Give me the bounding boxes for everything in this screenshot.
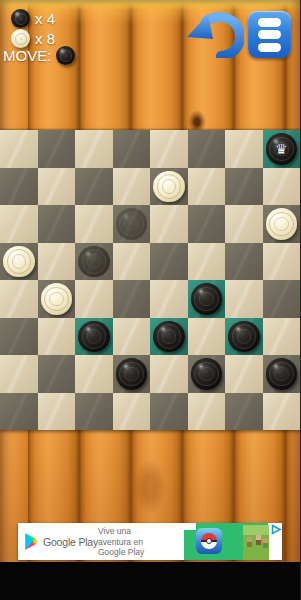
black-piece[interactable]	[153, 321, 185, 353]
board-cell-r8c5[interactable]	[150, 393, 188, 431]
black-piece[interactable]	[191, 283, 223, 315]
board-cell-r6c3[interactable]	[75, 318, 113, 356]
white-piece[interactable]	[3, 246, 35, 278]
undo-button[interactable]	[184, 11, 244, 58]
board-cell-r6c8[interactable]	[263, 318, 301, 356]
board-cell-r1c3[interactable]	[75, 130, 113, 168]
board-cell-r4c7[interactable]	[225, 243, 263, 281]
board-cell-r3c2[interactable]	[38, 205, 76, 243]
black-piece[interactable]	[266, 358, 298, 390]
black-piece[interactable]	[116, 358, 148, 390]
board-cell-r7c4[interactable]	[113, 355, 151, 393]
board-cell-r2c1[interactable]	[0, 168, 38, 206]
board-cell-r6c7[interactable]	[225, 318, 263, 356]
board-cell-r1c2[interactable]	[38, 130, 76, 168]
game-screenshot-thumbnail	[243, 525, 269, 560]
board-cell-r3c3[interactable]	[75, 205, 113, 243]
board-cell-r3c6[interactable]	[188, 205, 226, 243]
board-cell-r7c2[interactable]	[38, 355, 76, 393]
ad-text-line: Google Play	[98, 547, 144, 558]
board-cell-r4c4[interactable]	[113, 243, 151, 281]
board-cell-r2c7[interactable]	[225, 168, 263, 206]
board-cell-r8c1[interactable]	[0, 393, 38, 431]
undo-arrow-icon	[184, 11, 244, 58]
board-cell-r2c3[interactable]	[75, 168, 113, 206]
board-cell-r5c5[interactable]	[150, 280, 188, 318]
google-play-brand-text: Google Play	[43, 536, 98, 548]
board-cell-r8c4[interactable]	[113, 393, 151, 431]
board-cell-r8c8[interactable]	[263, 393, 301, 431]
board-cell-r4c6[interactable]	[188, 243, 226, 281]
board-cell-r4c5[interactable]	[150, 243, 188, 281]
checkers-board: ♛	[0, 130, 300, 430]
menu-pill-icon	[258, 43, 281, 52]
board-cell-r7c7[interactable]	[225, 355, 263, 393]
board-cell-r5c6[interactable]	[188, 280, 226, 318]
board-cell-r2c4[interactable]	[113, 168, 151, 206]
board-cell-r7c6[interactable]	[188, 355, 226, 393]
board-cell-r5c4[interactable]	[113, 280, 151, 318]
board-cell-r3c8[interactable]	[263, 205, 301, 243]
board-cell-r3c7[interactable]	[225, 205, 263, 243]
board-cell-r2c8[interactable]	[263, 168, 301, 206]
board-cell-r7c8[interactable]	[263, 355, 301, 393]
board-cell-r7c3[interactable]	[75, 355, 113, 393]
board-cell-r4c1[interactable]	[0, 243, 38, 281]
board-cell-r3c5[interactable]	[150, 205, 188, 243]
board-cell-r5c2[interactable]	[38, 280, 76, 318]
board-cell-r2c6[interactable]	[188, 168, 226, 206]
board-cell-r5c7[interactable]	[225, 280, 263, 318]
board-cell-r3c1[interactable]	[0, 205, 38, 243]
board-cell-r1c5[interactable]	[150, 130, 188, 168]
board-cell-r6c4[interactable]	[113, 318, 151, 356]
menu-button[interactable]	[248, 11, 291, 58]
ad-text: Vive una aventura en Google Play	[98, 526, 144, 558]
android-nav-bar	[0, 562, 300, 600]
board-cell-r8c7[interactable]	[225, 393, 263, 431]
move-label: MOVE:	[3, 46, 51, 65]
screen: x 4 x 8 MOVE: ♛	[0, 0, 300, 600]
board-cell-r8c2[interactable]	[38, 393, 76, 431]
blocky-characters	[247, 537, 252, 542]
pokemon-go-app-icon	[196, 528, 222, 554]
ad-banner[interactable]: Google Play Vive una aventura en Google …	[18, 523, 282, 560]
black-king-piece[interactable]: ♛	[266, 133, 298, 165]
board-cell-r2c2[interactable]	[38, 168, 76, 206]
ad-text-line: aventura en	[98, 537, 144, 548]
ad-green-notch	[184, 523, 196, 530]
board-cell-r4c3[interactable]	[75, 243, 113, 281]
board-cell-r6c6[interactable]	[188, 318, 226, 356]
board-cell-r6c2[interactable]	[38, 318, 76, 356]
board-cell-r5c3[interactable]	[75, 280, 113, 318]
black-piece[interactable]	[191, 358, 223, 390]
board-cell-r5c8[interactable]	[263, 280, 301, 318]
move-indicator: MOVE:	[3, 46, 75, 65]
black-captured-label: x 4	[35, 9, 55, 28]
adchoices-icon[interactable]	[270, 524, 282, 535]
black-captured-counter: x 4	[11, 9, 55, 28]
board-cell-r6c1[interactable]	[0, 318, 38, 356]
white-piece[interactable]	[153, 171, 185, 203]
black-piece[interactable]	[228, 321, 260, 353]
board-cell-r4c8[interactable]	[263, 243, 301, 281]
board-cell-r8c3[interactable]	[75, 393, 113, 431]
board-cell-r1c7[interactable]	[225, 130, 263, 168]
board-cell-r3c4[interactable]	[113, 205, 151, 243]
captured-black-piece-fading	[116, 208, 148, 240]
board-cell-r1c6[interactable]	[188, 130, 226, 168]
board-cell-r2c5[interactable]	[150, 168, 188, 206]
captured-black-piece-fading	[78, 246, 110, 278]
white-piece[interactable]	[266, 208, 298, 240]
board-cell-r8c6[interactable]	[188, 393, 226, 431]
menu-pill-icon	[258, 30, 281, 39]
board-cell-r7c1[interactable]	[0, 355, 38, 393]
move-turn-black-piece-icon	[56, 46, 75, 65]
black-piece[interactable]	[78, 321, 110, 353]
board-cell-r1c8[interactable]: ♛	[263, 130, 301, 168]
ad-text-line: Vive una	[98, 526, 144, 537]
board-cell-r6c5[interactable]	[150, 318, 188, 356]
menu-pill-icon	[258, 18, 281, 27]
board-cell-r1c1[interactable]	[0, 130, 38, 168]
pokeball-icon	[201, 533, 217, 549]
board-cell-r5c1[interactable]	[0, 280, 38, 318]
black-piece-icon	[11, 9, 30, 28]
google-play-logo: Google Play	[25, 533, 98, 550]
king-crown-icon: ♛	[266, 133, 298, 165]
board-cell-r7c5[interactable]	[150, 355, 188, 393]
google-play-triangle-icon	[25, 533, 39, 550]
white-piece[interactable]	[41, 283, 73, 315]
board-cell-r1c4[interactable]	[113, 130, 151, 168]
board-cell-r4c2[interactable]	[38, 243, 76, 281]
